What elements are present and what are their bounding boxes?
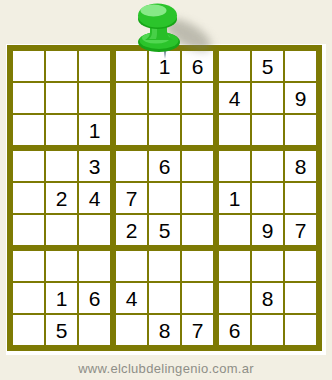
cell-r9c4[interactable] [116,315,147,345]
box-8: 487 [116,251,213,345]
cell-r7c1[interactable] [13,251,44,281]
cell-r5c5[interactable] [149,183,180,213]
cell-r2c4[interactable] [116,83,147,113]
cell-r5c7[interactable]: 1 [219,183,250,213]
cell-r2c7[interactable]: 4 [219,83,250,113]
cell-r9c9[interactable] [285,315,316,345]
cell-r3c8[interactable] [252,115,283,145]
cell-r8c2[interactable]: 1 [46,283,77,313]
cell-r2c9[interactable]: 9 [285,83,316,113]
cell-r3c2[interactable] [46,115,77,145]
cell-r9c8[interactable] [252,315,283,345]
cell-r5c6[interactable] [182,183,213,213]
cell-r9c1[interactable] [13,315,44,345]
cell-r8c1[interactable] [13,283,44,313]
cell-r4c3[interactable]: 3 [79,151,110,181]
cell-r8c9[interactable] [285,283,316,313]
cell-r3c7[interactable] [219,115,250,145]
cell-r2c2[interactable] [46,83,77,113]
cell-r2c3[interactable] [79,83,110,113]
box-1: 1 [13,51,110,145]
cell-r7c6[interactable] [182,251,213,281]
cell-r8c7[interactable] [219,283,250,313]
cell-r4c1[interactable] [13,151,44,181]
cell-r7c9[interactable] [285,251,316,281]
cell-r3c9[interactable] [285,115,316,145]
cell-r1c9[interactable] [285,51,316,81]
box-3: 549 [219,51,316,145]
cell-r1c7[interactable] [219,51,250,81]
cell-r4c8[interactable] [252,151,283,181]
cell-r6c7[interactable] [219,215,250,245]
cell-r8c3[interactable]: 6 [79,283,110,313]
cell-r6c2[interactable] [46,215,77,245]
cell-r3c6[interactable] [182,115,213,145]
cell-r5c1[interactable] [13,183,44,213]
cell-r5c8[interactable] [252,183,283,213]
box-6: 8197 [219,151,316,245]
cell-r4c7[interactable] [219,151,250,181]
box-4: 324 [13,151,110,245]
box-7: 165 [13,251,110,345]
cell-r6c5[interactable]: 5 [149,215,180,245]
cell-r7c2[interactable] [46,251,77,281]
cell-r7c5[interactable] [149,251,180,281]
cell-r3c4[interactable] [116,115,147,145]
cell-r4c6[interactable] [182,151,213,181]
page: 1165493246725819716548786 www.elclubdeli… [0,0,332,380]
cell-r9c6[interactable]: 7 [182,315,213,345]
cell-r6c9[interactable]: 7 [285,215,316,245]
cell-r6c1[interactable] [13,215,44,245]
box-2: 16 [116,51,213,145]
cell-r5c2[interactable]: 2 [46,183,77,213]
sudoku-board: 1165493246725819716548786 [6,44,326,355]
cell-r3c1[interactable] [13,115,44,145]
pushpin-icon [126,2,188,60]
cell-r6c3[interactable] [79,215,110,245]
footer-url: www.elclubdelingenio.com.ar [0,361,332,376]
cell-r5c3[interactable]: 4 [79,183,110,213]
cell-r1c3[interactable] [79,51,110,81]
cell-r4c5[interactable]: 6 [149,151,180,181]
cell-r8c4[interactable]: 4 [116,283,147,313]
cell-r1c1[interactable] [13,51,44,81]
cell-r4c4[interactable] [116,151,147,181]
cell-r5c4[interactable]: 7 [116,183,147,213]
cell-r6c6[interactable] [182,215,213,245]
cell-r7c4[interactable] [116,251,147,281]
cell-r2c1[interactable] [13,83,44,113]
cell-r3c3[interactable]: 1 [79,115,110,145]
cell-r2c5[interactable] [149,83,180,113]
cell-r9c5[interactable]: 8 [149,315,180,345]
cell-r2c8[interactable] [252,83,283,113]
cell-r1c8[interactable]: 5 [252,51,283,81]
cell-r6c4[interactable]: 2 [116,215,147,245]
cell-r9c7[interactable]: 6 [219,315,250,345]
cell-r3c5[interactable] [149,115,180,145]
cell-r8c8[interactable]: 8 [252,283,283,313]
cell-r4c9[interactable]: 8 [285,151,316,181]
cell-r8c6[interactable] [182,283,213,313]
cell-r7c3[interactable] [79,251,110,281]
cell-r7c8[interactable] [252,251,283,281]
cell-r7c7[interactable] [219,251,250,281]
cell-r9c2[interactable]: 5 [46,315,77,345]
cell-r4c2[interactable] [46,151,77,181]
cell-r2c6[interactable] [182,83,213,113]
cell-r9c3[interactable] [79,315,110,345]
box-9: 86 [219,251,316,345]
cell-r6c8[interactable]: 9 [252,215,283,245]
box-5: 6725 [116,151,213,245]
cell-r5c9[interactable] [285,183,316,213]
cell-r1c2[interactable] [46,51,77,81]
cell-r8c5[interactable] [149,283,180,313]
